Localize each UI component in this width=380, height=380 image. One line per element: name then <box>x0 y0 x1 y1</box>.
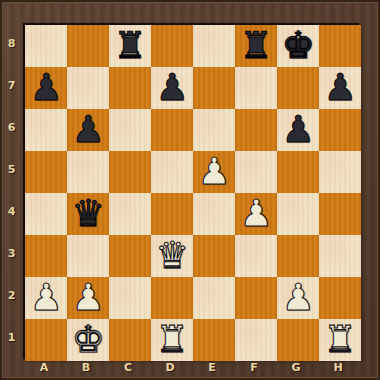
square-e5[interactable]: ♟ <box>193 151 235 193</box>
square-c3[interactable] <box>109 235 151 277</box>
square-b3[interactable] <box>67 235 109 277</box>
rank-label-3: 3 <box>2 233 21 275</box>
square-h6[interactable] <box>319 109 361 151</box>
piece-white-pawn[interactable]: ♟ <box>25 277 67 319</box>
rank-label-2: 2 <box>2 275 21 317</box>
square-b7[interactable] <box>67 67 109 109</box>
square-g4[interactable] <box>277 193 319 235</box>
file-label-g: G <box>275 359 317 379</box>
square-e4[interactable] <box>193 193 235 235</box>
square-d6[interactable] <box>151 109 193 151</box>
file-label-d: D <box>149 359 191 379</box>
square-h7[interactable]: ♟ <box>319 67 361 109</box>
square-g2[interactable]: ♟ <box>277 277 319 319</box>
rank-label-5: 5 <box>2 149 21 191</box>
square-b1[interactable]: ♚ <box>67 319 109 361</box>
square-f1[interactable] <box>235 319 277 361</box>
square-a6[interactable] <box>25 109 67 151</box>
piece-black-rook[interactable]: ♜ <box>109 25 151 67</box>
piece-black-queen[interactable]: ♛ <box>67 193 109 235</box>
rank-label-8: 8 <box>2 23 21 65</box>
square-g3[interactable] <box>277 235 319 277</box>
square-c5[interactable] <box>109 151 151 193</box>
square-d2[interactable] <box>151 277 193 319</box>
square-c2[interactable] <box>109 277 151 319</box>
piece-white-queen[interactable]: ♛ <box>151 235 193 277</box>
square-h8[interactable] <box>319 25 361 67</box>
piece-white-pawn[interactable]: ♟ <box>277 277 319 319</box>
square-g6[interactable]: ♟ <box>277 109 319 151</box>
board-frame: 87654321 ♜♜♚♟♟♟♟♟♟♛♟♛♟♟♟♚♜♜ ABCDEFGH <box>0 0 380 380</box>
piece-white-rook[interactable]: ♜ <box>319 319 361 361</box>
square-a7[interactable]: ♟ <box>25 67 67 109</box>
square-a2[interactable]: ♟ <box>25 277 67 319</box>
square-h3[interactable] <box>319 235 361 277</box>
file-label-c: C <box>107 359 149 379</box>
rank-label-1: 1 <box>2 317 21 359</box>
square-h4[interactable] <box>319 193 361 235</box>
square-d7[interactable]: ♟ <box>151 67 193 109</box>
square-f8[interactable]: ♜ <box>235 25 277 67</box>
square-g5[interactable] <box>277 151 319 193</box>
square-a4[interactable] <box>25 193 67 235</box>
square-e6[interactable] <box>193 109 235 151</box>
square-d3[interactable]: ♛ <box>151 235 193 277</box>
square-a8[interactable] <box>25 25 67 67</box>
square-h1[interactable]: ♜ <box>319 319 361 361</box>
square-b6[interactable]: ♟ <box>67 109 109 151</box>
square-e1[interactable] <box>193 319 235 361</box>
rank-label-4: 4 <box>2 191 21 233</box>
file-label-b: B <box>65 359 107 379</box>
square-f3[interactable] <box>235 235 277 277</box>
square-d8[interactable] <box>151 25 193 67</box>
square-f4[interactable]: ♟ <box>235 193 277 235</box>
square-f2[interactable] <box>235 277 277 319</box>
square-c7[interactable] <box>109 67 151 109</box>
piece-black-pawn[interactable]: ♟ <box>151 67 193 109</box>
square-e2[interactable] <box>193 277 235 319</box>
square-a5[interactable] <box>25 151 67 193</box>
piece-white-rook[interactable]: ♜ <box>151 319 193 361</box>
square-c8[interactable]: ♜ <box>109 25 151 67</box>
square-d1[interactable]: ♜ <box>151 319 193 361</box>
file-labels: ABCDEFGH <box>23 359 359 379</box>
square-a1[interactable] <box>25 319 67 361</box>
piece-white-pawn[interactable]: ♟ <box>193 151 235 193</box>
square-f7[interactable] <box>235 67 277 109</box>
square-c6[interactable] <box>109 109 151 151</box>
chess-board[interactable]: ♜♜♚♟♟♟♟♟♟♛♟♛♟♟♟♚♜♜ <box>23 23 359 359</box>
square-e7[interactable] <box>193 67 235 109</box>
piece-white-pawn[interactable]: ♟ <box>235 193 277 235</box>
square-g8[interactable]: ♚ <box>277 25 319 67</box>
file-label-a: A <box>23 359 65 379</box>
square-g1[interactable] <box>277 319 319 361</box>
square-d5[interactable] <box>151 151 193 193</box>
piece-black-rook[interactable]: ♜ <box>235 25 277 67</box>
square-b4[interactable]: ♛ <box>67 193 109 235</box>
file-label-f: F <box>233 359 275 379</box>
rank-label-6: 6 <box>2 107 21 149</box>
piece-black-pawn[interactable]: ♟ <box>67 109 109 151</box>
square-f6[interactable] <box>235 109 277 151</box>
piece-black-king[interactable]: ♚ <box>277 25 319 67</box>
square-b5[interactable] <box>67 151 109 193</box>
rank-label-7: 7 <box>2 65 21 107</box>
square-a3[interactable] <box>25 235 67 277</box>
square-e8[interactable] <box>193 25 235 67</box>
square-h5[interactable] <box>319 151 361 193</box>
piece-black-pawn[interactable]: ♟ <box>319 67 361 109</box>
file-label-h: H <box>317 359 359 379</box>
square-d4[interactable] <box>151 193 193 235</box>
square-b8[interactable] <box>67 25 109 67</box>
file-label-e: E <box>191 359 233 379</box>
square-c1[interactable] <box>109 319 151 361</box>
rank-labels: 87654321 <box>2 23 23 359</box>
square-c4[interactable] <box>109 193 151 235</box>
square-g7[interactable] <box>277 67 319 109</box>
square-f5[interactable] <box>235 151 277 193</box>
piece-black-pawn[interactable]: ♟ <box>277 109 319 151</box>
piece-white-pawn[interactable]: ♟ <box>67 277 109 319</box>
piece-black-pawn[interactable]: ♟ <box>25 67 67 109</box>
square-b2[interactable]: ♟ <box>67 277 109 319</box>
piece-white-king[interactable]: ♚ <box>67 319 109 361</box>
square-h2[interactable] <box>319 277 361 319</box>
square-e3[interactable] <box>193 235 235 277</box>
